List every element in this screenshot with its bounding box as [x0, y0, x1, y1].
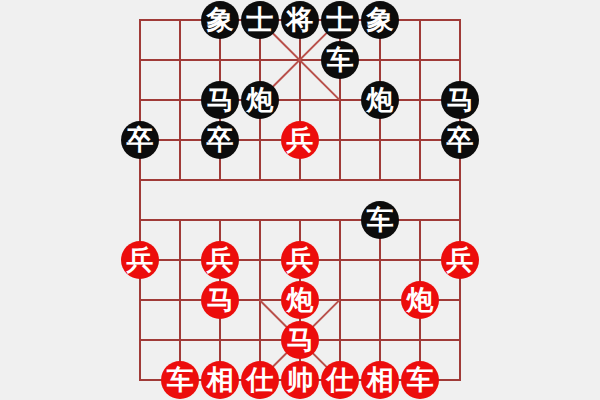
piece-red-soldier[interactable]: 兵	[281, 241, 319, 279]
grid-line	[179, 19, 181, 181]
piece-red-advisor[interactable]: 仕	[321, 361, 359, 399]
piece-black-chariot[interactable]: 车	[361, 201, 399, 239]
piece-glyph: 炮	[367, 81, 394, 119]
piece-red-cannon[interactable]: 炮	[281, 281, 319, 319]
piece-glyph: 炮	[407, 281, 434, 319]
piece-glyph: 兵	[207, 241, 234, 279]
position-marker-bracket	[383, 263, 390, 270]
piece-glyph: 炮	[287, 281, 314, 319]
position-marker-bracket	[383, 128, 390, 135]
position-marker-bracket	[368, 248, 375, 255]
grid-line	[379, 219, 381, 381]
piece-glyph: 卒	[207, 121, 234, 159]
piece-red-general[interactable]: 帅	[281, 361, 319, 399]
piece-glyph: 炮	[247, 81, 274, 119]
piece-red-chariot[interactable]: 车	[161, 361, 199, 399]
position-marker-bracket	[183, 88, 190, 95]
piece-glyph: 相	[367, 361, 394, 399]
position-marker-bracket	[168, 103, 175, 110]
xiangqi-board: 象士将士象车马炮炮马卒卒卒车兵兵兵兵兵马炮炮马车相仕帅仕相车	[140, 20, 460, 380]
position-marker-bracket	[408, 88, 415, 95]
piece-glyph: 马	[447, 81, 474, 119]
position-marker-bracket	[183, 288, 190, 295]
piece-red-cannon[interactable]: 炮	[401, 281, 439, 319]
piece-glyph: 车	[367, 201, 394, 239]
position-marker-bracket	[368, 128, 375, 135]
grid-line	[139, 19, 141, 381]
piece-red-soldier[interactable]: 兵	[201, 241, 239, 279]
piece-red-horse[interactable]: 马	[281, 321, 319, 359]
piece-black-horse[interactable]: 马	[201, 81, 239, 119]
position-marker-bracket	[183, 103, 190, 110]
piece-glyph: 象	[367, 1, 394, 39]
piece-glyph: 将	[287, 1, 314, 39]
position-marker-bracket	[368, 263, 375, 270]
piece-glyph: 兵	[127, 241, 154, 279]
piece-black-cannon[interactable]: 炮	[361, 81, 399, 119]
position-marker-bracket	[168, 288, 175, 295]
position-marker-bracket	[383, 248, 390, 255]
piece-black-elephant[interactable]: 象	[361, 1, 399, 39]
piece-black-advisor[interactable]: 士	[241, 1, 279, 39]
piece-red-soldier[interactable]: 兵	[441, 241, 479, 279]
piece-red-advisor[interactable]: 仕	[241, 361, 279, 399]
piece-glyph: 车	[167, 361, 194, 399]
piece-black-soldier[interactable]: 卒	[121, 121, 159, 159]
piece-glyph: 车	[327, 41, 354, 79]
grid-line	[419, 19, 421, 181]
piece-glyph: 兵	[287, 121, 314, 159]
position-marker-bracket	[168, 303, 175, 310]
piece-black-advisor[interactable]: 士	[321, 1, 359, 39]
piece-black-chariot[interactable]: 车	[321, 41, 359, 79]
piece-glyph: 卒	[127, 121, 154, 159]
piece-glyph: 卒	[447, 121, 474, 159]
piece-black-elephant[interactable]: 象	[201, 1, 239, 39]
position-marker-bracket	[368, 143, 375, 150]
position-marker-bracket	[168, 88, 175, 95]
piece-black-soldier[interactable]: 卒	[441, 121, 479, 159]
grid-line	[179, 219, 181, 381]
piece-red-elephant[interactable]: 相	[361, 361, 399, 399]
piece-glyph: 兵	[287, 241, 314, 279]
piece-red-soldier[interactable]: 兵	[281, 121, 319, 159]
grid-line	[459, 19, 461, 381]
page-background: 象士将士象车马炮炮马卒卒卒车兵兵兵兵兵马炮炮马车相仕帅仕相车	[0, 0, 600, 400]
piece-glyph: 帅	[287, 361, 314, 399]
piece-black-cannon[interactable]: 炮	[241, 81, 279, 119]
piece-glyph: 车	[407, 361, 434, 399]
piece-glyph: 士	[327, 1, 354, 39]
piece-glyph: 仕	[327, 361, 354, 399]
piece-glyph: 仕	[247, 361, 274, 399]
piece-red-elephant[interactable]: 相	[201, 361, 239, 399]
piece-red-soldier[interactable]: 兵	[121, 241, 159, 279]
piece-black-horse[interactable]: 马	[441, 81, 479, 119]
piece-glyph: 士	[247, 1, 274, 39]
piece-glyph: 兵	[447, 241, 474, 279]
piece-glyph: 马	[207, 281, 234, 319]
position-marker-bracket	[383, 143, 390, 150]
piece-black-soldier[interactable]: 卒	[201, 121, 239, 159]
piece-red-chariot[interactable]: 车	[401, 361, 439, 399]
piece-glyph: 象	[207, 1, 234, 39]
piece-red-horse[interactable]: 马	[201, 281, 239, 319]
piece-glyph: 马	[287, 321, 314, 359]
piece-black-general[interactable]: 将	[281, 1, 319, 39]
piece-glyph: 相	[207, 361, 234, 399]
position-marker-bracket	[408, 103, 415, 110]
position-marker-bracket	[183, 303, 190, 310]
piece-glyph: 马	[207, 81, 234, 119]
position-marker-bracket	[423, 103, 430, 110]
position-marker-bracket	[423, 88, 430, 95]
